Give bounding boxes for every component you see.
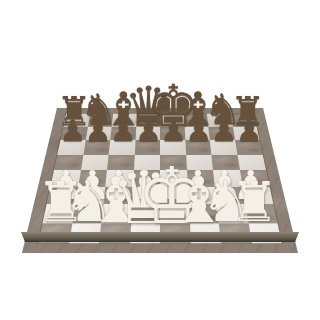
square-h6	[235, 140, 263, 155]
square-e6	[160, 140, 186, 155]
square-d3	[132, 186, 160, 204]
square-d4	[133, 170, 160, 186]
square-f7	[184, 126, 210, 140]
square-h7	[232, 126, 259, 140]
square-c8	[112, 114, 137, 127]
square-f4	[187, 170, 215, 186]
square-g4	[213, 170, 242, 186]
square-g7	[208, 126, 234, 140]
square-a3	[47, 186, 78, 204]
board-front-edge	[21, 232, 299, 242]
square-b8	[88, 114, 114, 127]
chess-board	[38, 114, 282, 244]
square-e8	[160, 114, 184, 127]
square-f5	[186, 155, 213, 170]
square-g2	[217, 204, 248, 223]
square-e2	[160, 204, 189, 223]
square-g3	[215, 186, 245, 204]
square-b7	[85, 126, 111, 140]
square-b6	[83, 140, 110, 155]
chess-board-slab	[22, 108, 298, 253]
square-g5	[211, 155, 239, 170]
square-c6	[109, 140, 135, 155]
square-h8	[230, 114, 256, 127]
square-c2	[101, 204, 131, 223]
square-e3	[160, 186, 188, 204]
square-e5	[160, 155, 187, 170]
square-d5	[134, 155, 161, 170]
square-e7	[160, 126, 185, 140]
square-a8	[63, 114, 89, 127]
square-a6	[57, 140, 85, 155]
square-h4	[240, 170, 270, 186]
product-photo: ♜♞♝♛♚♝♞♜♟♟♟♟♟♟♟♟♟♟♟♟♟♟♟♟♜♞♝♛♚♝♞♜	[0, 0, 320, 320]
square-b4	[78, 170, 107, 186]
square-c4	[105, 170, 133, 186]
square-f2	[188, 204, 218, 223]
square-g6	[210, 140, 237, 155]
square-c5	[107, 155, 134, 170]
square-d8	[136, 114, 160, 127]
square-h5	[237, 155, 266, 170]
square-d7	[135, 126, 160, 140]
square-h2	[245, 204, 277, 223]
square-h3	[242, 186, 273, 204]
square-b2	[72, 204, 103, 223]
square-a4	[50, 170, 80, 186]
square-f6	[185, 140, 211, 155]
square-e4	[160, 170, 187, 186]
square-a5	[54, 155, 83, 170]
square-b5	[81, 155, 109, 170]
square-a7	[60, 126, 87, 140]
square-c7	[110, 126, 136, 140]
square-f3	[187, 186, 216, 204]
square-d6	[134, 140, 160, 155]
square-c3	[103, 186, 132, 204]
square-g8	[207, 114, 233, 127]
square-d2	[131, 204, 160, 223]
square-a2	[43, 204, 75, 223]
square-b3	[75, 186, 105, 204]
square-f8	[183, 114, 208, 127]
